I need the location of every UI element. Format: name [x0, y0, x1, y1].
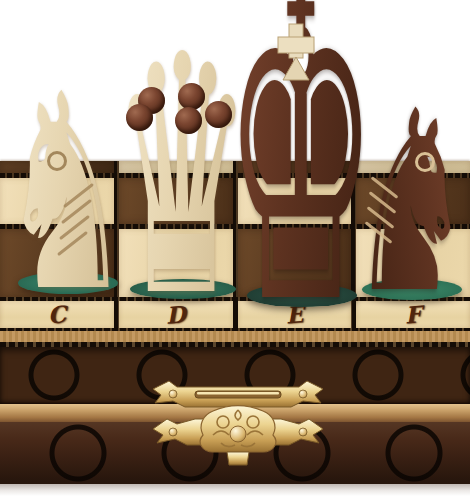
- crown-ball: [178, 83, 205, 110]
- felt-pad: [130, 279, 236, 299]
- crown-ball: [126, 104, 153, 131]
- square-d2: [119, 178, 233, 224]
- ground-shadow: [0, 484, 470, 496]
- crown-ball: [205, 101, 232, 128]
- knight-eye: [47, 151, 67, 171]
- screw: [169, 390, 177, 398]
- square-d3: [119, 161, 233, 173]
- brass-latch: [143, 377, 333, 469]
- square-c2: [0, 178, 114, 224]
- file-label-c: C: [0, 301, 114, 328]
- latch-tab: [227, 452, 249, 465]
- file-label-f: F: [356, 301, 470, 328]
- screw: [299, 428, 307, 436]
- crown-ball: [175, 107, 202, 134]
- square-e2: [238, 178, 352, 224]
- square-e3: [238, 161, 352, 173]
- file-label-strip: C D E F: [0, 297, 470, 331]
- latch-button: [230, 426, 246, 442]
- screw: [169, 428, 177, 436]
- felt-pad: [362, 279, 462, 300]
- file-label-d: D: [119, 301, 233, 328]
- king-cross-finial: [270, 20, 322, 84]
- screw: [299, 390, 307, 398]
- felt-pad: [247, 284, 357, 307]
- product-photo: C D E F ♞ ♛ ♚ ♞: [0, 0, 470, 500]
- knight-eye: [415, 152, 435, 172]
- square-f3: [356, 161, 470, 173]
- felt-pad: [18, 272, 118, 294]
- square-f2: [356, 178, 470, 224]
